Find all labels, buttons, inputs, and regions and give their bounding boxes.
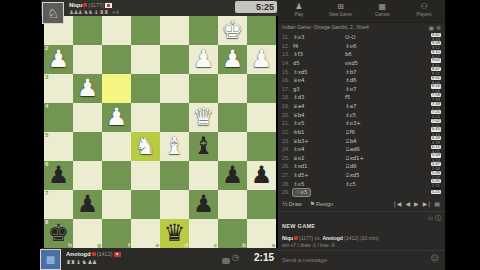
white-move[interactable]: ♗e4 xyxy=(293,145,345,154)
white-move[interactable]: ♗d5+ xyxy=(293,171,345,180)
square-g7[interactable]: ♟ xyxy=(73,190,102,219)
black-move[interactable]: ♖xd5 xyxy=(345,171,397,180)
new-game-title: NEW GAME xyxy=(282,223,315,229)
square-c3[interactable] xyxy=(189,74,218,103)
rank-label: 3 xyxy=(45,74,48,80)
black-move[interactable]: ♗a7 xyxy=(345,102,397,111)
top-clock: 5:25 xyxy=(235,1,277,13)
square-h7[interactable]: 7 xyxy=(44,190,73,219)
white-pawn[interactable]: ♟ xyxy=(44,45,73,74)
chat-input-row: Send a message ☺ xyxy=(282,252,441,268)
white-pawn[interactable]: ♟ xyxy=(73,74,102,103)
square-d4[interactable] xyxy=(160,103,189,132)
square-f2[interactable] xyxy=(102,45,131,74)
white-move[interactable]: ♕b4 xyxy=(293,111,345,120)
square-b2[interactable]: ♟ xyxy=(218,45,247,74)
chat-input[interactable]: Send a message xyxy=(282,252,441,268)
captured-glyphs: ♟♟♟ ♞♞ ♝ ♜♜ xyxy=(69,9,108,15)
black-move[interactable]: ♗c5 xyxy=(345,111,397,120)
flair-icon xyxy=(83,3,87,7)
tab-bar: ♟Play⊞New Game▦Games⚇Players xyxy=(278,0,445,23)
square-g4[interactable] xyxy=(73,103,102,132)
square-d7[interactable] xyxy=(160,190,189,219)
square-d5[interactable]: ♝ xyxy=(160,132,189,161)
tab-play[interactable]: ♟Play xyxy=(278,0,320,22)
square-d6[interactable] xyxy=(160,161,189,190)
white-move[interactable]: ♕e4 xyxy=(293,76,345,85)
white-move[interactable]: ♗e5 xyxy=(293,119,345,128)
new-game-icon: ⊞ xyxy=(320,2,362,11)
black-move[interactable]: ♖d8 xyxy=(345,162,397,171)
black-move[interactable]: ♗d6 xyxy=(345,76,397,85)
bottom-player-rating: (1412) xyxy=(97,251,113,257)
file-label: b xyxy=(242,242,246,248)
square-f8[interactable]: f xyxy=(102,219,131,248)
material-score: +4 xyxy=(111,9,118,15)
move-row: 12.f4♗e69:289:12 xyxy=(282,42,441,51)
bottom-player-name[interactable]: Anotogd xyxy=(66,251,91,257)
white-move[interactable]: ♕b3+ xyxy=(293,137,345,146)
half-point-icon: ½ xyxy=(282,200,288,207)
square-c6[interactable] xyxy=(189,161,218,190)
square-e7[interactable] xyxy=(131,190,160,219)
move-row: 26.♗xd1♖d85:472:58 xyxy=(282,162,441,171)
move-row: 15.♗xd5♗b78:478:22 xyxy=(282,68,441,77)
square-d8[interactable]: ♛d xyxy=(160,219,189,248)
chat-bubble-icon[interactable] xyxy=(222,258,230,264)
square-c5[interactable]: ♝ xyxy=(189,132,218,161)
file-label: h xyxy=(68,242,72,248)
file-label: c xyxy=(214,242,217,248)
resign-button[interactable]: ⚑Resign xyxy=(310,200,334,207)
move-number: 11. xyxy=(282,33,293,42)
matchup-line: Niqu(1177) vs. Anotogd (1412) (10 min) xyxy=(282,235,441,241)
clock-icon: ◷ xyxy=(232,253,239,262)
games-icon: ▦ xyxy=(362,2,404,11)
square-e5[interactable]: ♞ xyxy=(131,132,160,161)
square-c8[interactable]: c xyxy=(189,219,218,248)
white-bishop[interactable]: ♝ xyxy=(160,132,189,161)
time-control: (10 min) xyxy=(360,235,378,241)
smiley-icon[interactable]: ☺ xyxy=(431,254,439,263)
move-number: 25. xyxy=(282,154,293,163)
square-a2[interactable]: ♟ xyxy=(247,45,276,74)
black-move[interactable]: f5 xyxy=(345,93,397,102)
move-list[interactable]: 11.♗e3O-O9:419:3312.f4♗e69:289:1213.♗f3b… xyxy=(282,33,441,197)
game-controls: ½Draw ⚑Resign |◀◀▶▶|▤ xyxy=(282,197,441,209)
square-a4[interactable] xyxy=(247,103,276,132)
square-f7[interactable] xyxy=(102,190,131,219)
file-label: a xyxy=(272,242,275,248)
white-player-link[interactable]: Niqu xyxy=(282,235,293,241)
top-captured-pieces: ♟♟♟ ♞♞ ♝ ♜♜ +4 xyxy=(69,9,119,15)
square-c4[interactable]: ♛ xyxy=(189,103,218,132)
square-f6[interactable] xyxy=(102,161,131,190)
white-move[interactable]: f4 xyxy=(293,42,345,51)
last-move-button[interactable]: ▶| xyxy=(423,200,432,207)
move-number: 14. xyxy=(282,59,293,68)
move-number: 24. xyxy=(282,145,293,154)
flip-board-icon[interactable]: ▤ xyxy=(434,200,441,207)
tab-new-game[interactable]: ⊞New Game xyxy=(320,0,362,22)
bottom-captured-pieces: ♜♜ ♝ ♞ ♟♟ xyxy=(66,259,96,265)
move-row: 27.♗d5+♖xd55:392:37 xyxy=(282,171,441,180)
square-h8[interactable]: ♚8h xyxy=(44,219,73,248)
black-pawn[interactable]: ♟ xyxy=(247,161,276,190)
square-g2[interactable] xyxy=(73,45,102,74)
tab-games[interactable]: ▦Games xyxy=(362,0,404,22)
rank-label: 2 xyxy=(45,45,48,51)
black-move[interactable]: b6 xyxy=(345,50,397,59)
black-move[interactable]: exd5 xyxy=(345,59,397,68)
rank-label: 6 xyxy=(45,161,48,167)
move-row: 21.♗e5♗e3+7:025:51 xyxy=(282,119,441,128)
white-pawn[interactable]: ♟ xyxy=(189,45,218,74)
divider xyxy=(278,250,445,251)
white-time: 5:58 xyxy=(431,153,441,157)
black-pawn[interactable]: ♟ xyxy=(73,190,102,219)
move-row: 14.d5exd59:028:41 xyxy=(282,59,441,68)
chess-board[interactable]: 1♚♟2♟♟♟3♟4♟♛5♞♝♝♟6♟♟7♟♟♚8hgfe♛dcba xyxy=(44,16,276,248)
white-move[interactable]: ♔b1 xyxy=(293,128,345,137)
resign-flag-icon: ⚑ xyxy=(310,200,315,207)
square-b8[interactable]: b xyxy=(218,219,247,248)
opening-name[interactable]: Indian Game: Omega Gambit, 2...Nxe4 ▣ ⊗ xyxy=(282,24,441,32)
move-number: 17. xyxy=(282,85,293,94)
white-move[interactable]: ♕e2 xyxy=(293,154,345,163)
black-pawn[interactable]: ♟ xyxy=(218,161,247,190)
move-row: 24.♗e4♖ad86:124:01 xyxy=(282,145,441,154)
white-knight-icon: ♘ xyxy=(47,6,59,21)
black-move[interactable]: ♖b4 xyxy=(345,137,397,146)
square-f4[interactable]: ♟ xyxy=(102,103,131,132)
move-row: 13.♗f3b69:158:57 xyxy=(282,50,441,59)
square-a8[interactable]: a xyxy=(247,219,276,248)
square-c1[interactable] xyxy=(189,16,218,45)
top-player-rating: (1177) xyxy=(88,2,104,8)
square-a1[interactable] xyxy=(247,16,276,45)
players-icon: ⚇ xyxy=(403,2,445,11)
top-player-name-row: Niqu(1177) xyxy=(69,2,112,8)
move-number: 29. xyxy=(282,188,293,197)
move-times: 5:312:21 xyxy=(421,179,441,189)
square-g8[interactable]: g xyxy=(73,219,102,248)
side-panel: ♟Play⊞New Game▦Games⚇Players Indian Game… xyxy=(278,0,445,270)
white-move[interactable]: ♗e3 xyxy=(293,33,345,42)
white-time: 8:16 xyxy=(431,84,441,88)
square-b7[interactable] xyxy=(218,190,247,219)
top-player-avatar[interactable]: ♘ xyxy=(42,2,64,24)
tab-players[interactable]: ⚇Players xyxy=(403,0,445,22)
move-number: 12. xyxy=(282,42,293,51)
first-move-button[interactable]: |◀ xyxy=(394,200,403,207)
square-g6[interactable] xyxy=(73,161,102,190)
white-move[interactable]: ♕a4 xyxy=(293,102,345,111)
move-number: 26. xyxy=(282,162,293,171)
rank-label: 7 xyxy=(45,190,48,196)
move-row: 25.♕e2♖xd1+5:583:24 xyxy=(282,154,441,163)
black-move[interactable]: ♗e6 xyxy=(345,42,397,51)
move-number: 21. xyxy=(282,119,293,128)
bottom-player-name-row: Anotogd(1412) xyxy=(66,251,121,257)
move-number: 23. xyxy=(282,137,293,146)
square-h2[interactable]: ♟2 xyxy=(44,45,73,74)
opening-icons[interactable]: ▣ ⊗ xyxy=(428,24,441,31)
white-queen[interactable]: ♛ xyxy=(189,103,218,132)
black-move[interactable]: ♗e3+ xyxy=(345,119,397,128)
white-king[interactable]: ♚ xyxy=(218,16,247,45)
square-e4[interactable] xyxy=(131,103,160,132)
square-a5[interactable] xyxy=(247,132,276,161)
move-row: 28.♗e5♗c55:312:21 xyxy=(282,180,441,189)
prev-move-button[interactable]: ◀ xyxy=(405,200,411,207)
rank-label: 5 xyxy=(45,132,48,138)
opening-label: Indian Game: Omega Gambit, 2...Nxe4 xyxy=(282,24,369,30)
white-time: 5:25 xyxy=(431,190,441,194)
white-move[interactable]: ♗f3 xyxy=(293,50,345,59)
black-move[interactable]: ♗b7 xyxy=(345,68,397,77)
move-row: 22.♔b1♖f66:455:16 xyxy=(282,128,441,137)
black-move[interactable]: ♖xd1+ xyxy=(345,154,397,163)
new-game-section: NEW GAME ⚇ ⓘ Niqu(1177) vs. Anotogd (141… xyxy=(282,214,441,248)
divider xyxy=(278,211,445,212)
move-times: 5:25 xyxy=(421,190,441,195)
black-move[interactable]: ♗c5 xyxy=(345,180,397,189)
square-h6[interactable]: ♟6 xyxy=(44,161,73,190)
move-row: 19.♕a4♗a77:396:52 xyxy=(282,102,441,111)
square-h5[interactable]: 5 xyxy=(44,132,73,161)
square-d3[interactable] xyxy=(160,74,189,103)
square-c2[interactable]: ♟ xyxy=(189,45,218,74)
move-number: 27. xyxy=(282,171,293,180)
move-number: 16. xyxy=(282,76,293,85)
move-row: 29.♘e55:25 xyxy=(282,188,441,197)
flair-icon xyxy=(92,252,96,256)
flair-icon xyxy=(294,236,298,240)
white-move[interactable]: ♘e5 xyxy=(293,189,310,196)
file-label: f xyxy=(128,242,130,248)
square-a3[interactable] xyxy=(247,74,276,103)
square-g3[interactable]: ♟ xyxy=(73,74,102,103)
square-a7[interactable] xyxy=(247,190,276,219)
file-label: g xyxy=(97,242,101,248)
file-label: e xyxy=(156,242,159,248)
white-move[interactable]: ♗xd1 xyxy=(293,162,345,171)
white-move[interactable]: ♗xd5 xyxy=(293,68,345,77)
new-game-icons[interactable]: ⚇ ⓘ xyxy=(428,214,441,223)
move-row: 23.♕b3+♖b46:284:39 xyxy=(282,137,441,146)
move-number: 19. xyxy=(282,102,293,111)
square-d2[interactable] xyxy=(160,45,189,74)
move-nav: |◀◀▶▶|▤ xyxy=(391,200,441,207)
flag-icon xyxy=(114,252,121,257)
move-number: 15. xyxy=(282,68,293,77)
square-e2[interactable] xyxy=(131,45,160,74)
bottom-player-avatar[interactable]: ▩ xyxy=(40,249,61,270)
rank-label: 4 xyxy=(45,103,48,109)
square-f1[interactable] xyxy=(102,16,131,45)
white-move[interactable]: g3 xyxy=(293,85,345,94)
white-pawn[interactable]: ♟ xyxy=(247,45,276,74)
top-player-name[interactable]: Niqu xyxy=(69,2,82,8)
square-f5[interactable] xyxy=(102,132,131,161)
black-pawn[interactable]: ♟ xyxy=(44,161,73,190)
bottom-clock: 2:15 xyxy=(244,252,274,263)
square-e8[interactable]: e xyxy=(131,219,160,248)
move-row: 11.♗e3O-O9:419:33 xyxy=(282,33,441,42)
square-b5[interactable] xyxy=(218,132,247,161)
captured-glyphs: ♜♜ ♝ ♞ ♟♟ xyxy=(66,259,96,265)
move-row: 20.♕b4♗c57:216:24 xyxy=(282,111,441,120)
white-pawn[interactable]: ♟ xyxy=(102,103,131,132)
move-number: 13. xyxy=(282,50,293,59)
white-move[interactable]: ♗d3 xyxy=(293,93,345,102)
pixel-face-icon: ▩ xyxy=(46,254,55,265)
square-e6[interactable] xyxy=(131,161,160,190)
file-label: d xyxy=(184,242,188,248)
square-e1[interactable] xyxy=(131,16,160,45)
black-player-link[interactable]: Anotogd xyxy=(322,235,343,241)
app-window: ♘ Niqu(1177) ♟♟♟ ♞♞ ♝ ♜♜ +4 5:25 1♚♟2♟♟♟… xyxy=(0,0,480,270)
square-a6[interactable]: ♟ xyxy=(247,161,276,190)
black-move[interactable]: ♖ad8 xyxy=(345,145,397,154)
square-h4[interactable]: 4 xyxy=(44,103,73,132)
square-b6[interactable]: ♟ xyxy=(218,161,247,190)
white-knight[interactable]: ♞ xyxy=(131,132,160,161)
square-g5[interactable] xyxy=(73,132,102,161)
square-f3[interactable] xyxy=(102,74,131,103)
white-move[interactable]: d5 xyxy=(293,59,345,68)
white-pawn[interactable]: ♟ xyxy=(218,45,247,74)
square-b3[interactable] xyxy=(218,74,247,103)
move-row: 17.g3♗e78:167:43 xyxy=(282,85,441,94)
move-number: 22. xyxy=(282,128,293,137)
square-d1[interactable] xyxy=(160,16,189,45)
rank-label: 8 xyxy=(45,219,48,225)
black-move[interactable]: ♗e7 xyxy=(345,85,397,94)
draw-button[interactable]: ½Draw xyxy=(282,200,302,207)
black-bishop[interactable]: ♝ xyxy=(189,132,218,161)
move-number: 20. xyxy=(282,111,293,120)
move-row: 16.♕e4♗d68:318:04 xyxy=(282,76,441,85)
move-row: 18.♗d3f57:587:19 xyxy=(282,93,441,102)
next-move-button[interactable]: ▶ xyxy=(414,200,420,207)
black-move[interactable]: ♖f6 xyxy=(345,128,397,137)
black-move[interactable]: O-O xyxy=(345,33,397,42)
square-c7[interactable]: ♟ xyxy=(189,190,218,219)
rating-odds: win +7 / draw -1 / lose -9 xyxy=(282,243,441,248)
black-pawn[interactable]: ♟ xyxy=(189,190,218,219)
square-h3[interactable]: 3 xyxy=(44,74,73,103)
square-b1[interactable]: ♚ xyxy=(218,16,247,45)
square-e3[interactable] xyxy=(131,74,160,103)
flag-icon xyxy=(105,3,112,8)
square-g1[interactable] xyxy=(73,16,102,45)
move-number: 18. xyxy=(282,93,293,102)
move-number: 28. xyxy=(282,180,293,189)
play-icon: ♟ xyxy=(278,2,320,11)
white-move[interactable]: ♗e5 xyxy=(293,180,345,189)
square-b4[interactable] xyxy=(218,103,247,132)
